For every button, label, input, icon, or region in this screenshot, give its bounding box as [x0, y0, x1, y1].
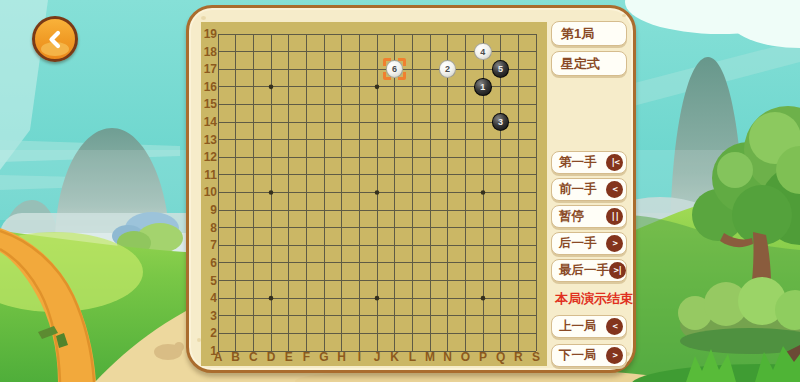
rock [174, 342, 184, 352]
game-number-text: 第1局 [561, 25, 594, 43]
move-number: 4 [480, 47, 485, 57]
chevron-right-icon: > [606, 347, 623, 364]
pause-icon: || [606, 208, 623, 225]
back-chevron-icon [45, 29, 66, 50]
next-game-button-label: 下一局 [559, 347, 597, 364]
stone-black-Q17: 5 [492, 60, 510, 78]
last-move-button[interactable]: 最后一手>| [551, 259, 627, 282]
move-number: 6 [392, 64, 397, 74]
step-forward-icon: > [606, 235, 623, 252]
first-move-button[interactable]: 第一手|< [551, 151, 627, 174]
stone-black-P16: 1 [474, 78, 492, 96]
step-back-icon: < [606, 181, 623, 198]
stone-white-N17: 2 [439, 60, 457, 78]
move-number: 3 [498, 117, 503, 127]
stones-grid: 123456 [209, 25, 544, 360]
joseki-name-label: 星定式 [551, 51, 627, 76]
joseki-name-text: 星定式 [561, 55, 600, 73]
previous-move-button[interactable]: 前一手< [551, 178, 627, 201]
pause-button[interactable]: 暂停|| [551, 205, 627, 228]
next-game-button[interactable]: 下一局> [551, 344, 627, 367]
next-move-button[interactable]: 后一手> [551, 232, 627, 255]
skip-to-first-icon: |< [606, 154, 623, 171]
demo-status-text: 本局演示结束 [555, 290, 633, 308]
game-number-label: 第1局 [551, 21, 627, 46]
stone-black-Q14: 3 [492, 113, 510, 131]
move-number: 1 [480, 82, 485, 92]
move-number: 2 [445, 64, 450, 74]
back-button[interactable] [32, 16, 78, 62]
move-number: 5 [498, 64, 503, 74]
go-board: 19181716151413121110987654321 ABCDEFGHIJ… [201, 22, 547, 366]
chevron-left-icon: < [606, 318, 623, 335]
panel-speckle [201, 16, 206, 20]
skip-to-last-icon: >| [609, 262, 626, 279]
next-move-button-label: 后一手 [559, 235, 597, 252]
pause-button-label: 暂停 [559, 208, 584, 225]
first-move-button-label: 第一手 [559, 154, 597, 171]
stone-white-K17: 6 [386, 60, 404, 78]
tree-foliage [717, 152, 753, 188]
stone-white-P18: 4 [474, 43, 492, 61]
app-root: 19181716151413121110987654321 ABCDEFGHIJ… [0, 0, 800, 382]
demo-panel: 19181716151413121110987654321 ABCDEFGHIJ… [186, 5, 636, 373]
previous-game-button[interactable]: 上一局< [551, 315, 627, 338]
last-move-button-label: 最后一手 [559, 262, 609, 279]
previous-move-button-label: 前一手 [559, 181, 597, 198]
sidebar: 第1局 星定式 第一手|<前一手<暂停||后一手>最后一手>| 本局演示结束 上… [551, 8, 631, 370]
previous-game-button-label: 上一局 [559, 318, 597, 335]
